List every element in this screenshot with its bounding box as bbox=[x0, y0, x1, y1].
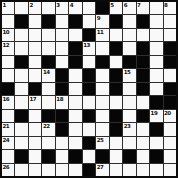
cell-9-6[interactable] bbox=[83, 123, 95, 135]
black-cell-4-1 bbox=[15, 56, 27, 68]
clue-number-1: 1 bbox=[3, 2, 6, 8]
cell-9-3[interactable]: 22 bbox=[42, 123, 54, 135]
black-cell-8-10 bbox=[137, 110, 149, 122]
black-cell-5-4 bbox=[56, 69, 68, 81]
black-cell-6-4 bbox=[56, 83, 68, 95]
cell-10-4[interactable] bbox=[56, 137, 68, 149]
black-cell-11-3 bbox=[42, 150, 54, 162]
cell-3-1[interactable] bbox=[15, 42, 27, 54]
cell-9-1[interactable] bbox=[15, 123, 27, 135]
cell-12-3[interactable] bbox=[42, 164, 54, 176]
cell-3-7[interactable] bbox=[96, 42, 108, 54]
cell-12-12[interactable] bbox=[164, 164, 176, 176]
cell-9-7[interactable] bbox=[96, 123, 108, 135]
cell-7-2[interactable]: 17 bbox=[29, 96, 41, 108]
cell-12-1[interactable] bbox=[15, 164, 27, 176]
cell-3-11[interactable] bbox=[150, 42, 162, 54]
clue-number-24: 24 bbox=[3, 137, 10, 143]
cell-11-2[interactable] bbox=[29, 150, 41, 162]
cell-4-4[interactable] bbox=[56, 56, 68, 68]
cell-6-7[interactable] bbox=[96, 83, 108, 95]
clue-number-22: 22 bbox=[43, 123, 50, 129]
cell-12-5[interactable] bbox=[69, 164, 81, 176]
cell-3-6[interactable]: 13 bbox=[83, 42, 95, 54]
black-cell-1-1 bbox=[15, 15, 27, 27]
cell-0-8[interactable]: 5 bbox=[110, 2, 122, 14]
cell-8-7[interactable] bbox=[96, 110, 108, 122]
clue-number-8: 8 bbox=[164, 2, 167, 8]
cell-1-0[interactable] bbox=[2, 15, 14, 27]
black-cell-4-5 bbox=[69, 56, 81, 68]
cell-6-9[interactable] bbox=[123, 83, 135, 95]
cell-0-10[interactable]: 7 bbox=[137, 2, 149, 14]
clue-number-9: 9 bbox=[97, 15, 100, 21]
black-cell-6-10 bbox=[137, 83, 149, 95]
cell-3-0[interactable]: 12 bbox=[2, 42, 14, 54]
cell-5-9[interactable]: 15 bbox=[123, 69, 135, 81]
black-cell-3-10 bbox=[137, 42, 149, 54]
cell-7-5[interactable] bbox=[69, 96, 81, 108]
black-cell-5-10 bbox=[137, 69, 149, 81]
cell-7-8[interactable] bbox=[110, 96, 122, 108]
cell-4-11[interactable] bbox=[150, 56, 162, 68]
clue-number-16: 16 bbox=[3, 96, 10, 102]
cell-11-0[interactable] bbox=[2, 150, 14, 162]
cell-1-9[interactable] bbox=[123, 15, 135, 27]
cell-10-12[interactable] bbox=[164, 137, 176, 149]
cell-3-3[interactable] bbox=[42, 42, 54, 54]
black-cell-1-10 bbox=[137, 15, 149, 27]
cell-11-12[interactable] bbox=[164, 150, 176, 162]
cell-2-1[interactable] bbox=[15, 29, 27, 41]
black-cell-3-12 bbox=[164, 42, 176, 54]
cell-8-12[interactable]: 20 bbox=[164, 110, 176, 122]
clue-number-4: 4 bbox=[70, 2, 73, 8]
cell-6-1[interactable] bbox=[15, 83, 27, 95]
cell-8-2[interactable] bbox=[29, 110, 41, 122]
cell-12-4[interactable] bbox=[56, 164, 68, 176]
cell-2-12[interactable] bbox=[164, 29, 176, 41]
clue-number-25: 25 bbox=[97, 137, 104, 143]
black-cell-12-6 bbox=[83, 164, 95, 176]
cell-0-6[interactable] bbox=[83, 2, 95, 14]
clue-number-27: 27 bbox=[97, 164, 104, 170]
cell-1-11[interactable] bbox=[150, 15, 162, 27]
cell-11-4[interactable] bbox=[56, 150, 68, 162]
clue-number-2: 2 bbox=[29, 2, 32, 8]
cell-1-7[interactable]: 9 bbox=[96, 15, 108, 27]
cell-10-2[interactable] bbox=[29, 137, 41, 149]
clue-number-5: 5 bbox=[110, 2, 113, 8]
clue-number-3: 3 bbox=[56, 2, 59, 8]
cell-11-8[interactable] bbox=[110, 150, 122, 162]
cell-9-5[interactable] bbox=[69, 123, 81, 135]
black-cell-8-6 bbox=[83, 110, 95, 122]
clue-number-14: 14 bbox=[43, 69, 50, 75]
black-cell-4-9 bbox=[123, 56, 135, 68]
black-cell-6-6 bbox=[83, 83, 95, 95]
cell-3-4[interactable] bbox=[56, 42, 68, 54]
cell-4-0[interactable] bbox=[2, 56, 14, 68]
cell-12-2[interactable] bbox=[29, 164, 41, 176]
cell-6-5[interactable] bbox=[69, 83, 81, 95]
black-cell-8-1 bbox=[15, 110, 27, 122]
black-cell-11-9 bbox=[123, 150, 135, 162]
black-cell-6-2 bbox=[29, 83, 41, 95]
black-cell-6-8 bbox=[110, 83, 122, 95]
black-cell-11-11 bbox=[150, 150, 162, 162]
black-cell-6-0 bbox=[2, 83, 14, 95]
cell-4-6[interactable] bbox=[83, 56, 95, 68]
cell-5-3[interactable]: 14 bbox=[42, 69, 54, 81]
cell-3-9[interactable] bbox=[123, 42, 135, 54]
cell-5-5[interactable] bbox=[69, 69, 81, 81]
cell-10-10[interactable] bbox=[137, 137, 149, 149]
cell-12-9[interactable] bbox=[123, 164, 135, 176]
cell-5-11[interactable] bbox=[150, 69, 162, 81]
cell-0-1[interactable] bbox=[15, 2, 27, 14]
black-cell-9-11 bbox=[150, 123, 162, 135]
black-cell-11-7 bbox=[96, 150, 108, 162]
cell-5-1[interactable] bbox=[15, 69, 27, 81]
crossword-puzzle: 1234567891011121314151617181920212223242… bbox=[0, 0, 178, 178]
cell-9-12[interactable] bbox=[164, 123, 176, 135]
cell-0-2[interactable]: 2 bbox=[29, 2, 41, 14]
black-cell-8-8 bbox=[110, 110, 122, 122]
cell-0-5[interactable]: 4 bbox=[69, 2, 81, 14]
clue-number-6: 6 bbox=[124, 2, 127, 8]
clue-number-12: 12 bbox=[3, 42, 10, 48]
cell-4-2[interactable] bbox=[29, 56, 41, 68]
cell-11-10[interactable] bbox=[137, 150, 149, 162]
cell-1-12[interactable] bbox=[164, 15, 176, 27]
black-cell-4-12 bbox=[164, 56, 176, 68]
cell-7-10[interactable] bbox=[137, 96, 149, 108]
cell-7-4[interactable]: 18 bbox=[56, 96, 68, 108]
black-cell-8-3 bbox=[42, 110, 54, 122]
clue-number-18: 18 bbox=[56, 96, 63, 102]
black-cell-1-8 bbox=[110, 15, 122, 27]
cell-10-11[interactable] bbox=[150, 137, 162, 149]
cell-11-6[interactable] bbox=[83, 150, 95, 162]
cell-12-8[interactable] bbox=[110, 164, 122, 176]
cell-9-2[interactable] bbox=[29, 123, 41, 135]
cell-7-0[interactable]: 16 bbox=[2, 96, 14, 108]
cell-10-3[interactable] bbox=[42, 137, 54, 149]
black-cell-5-6 bbox=[83, 69, 95, 81]
cell-5-0[interactable] bbox=[2, 69, 14, 81]
cell-0-3[interactable] bbox=[42, 2, 54, 14]
cell-10-1[interactable] bbox=[15, 137, 27, 149]
cell-5-7[interactable] bbox=[96, 69, 108, 81]
cell-7-1[interactable] bbox=[15, 96, 27, 108]
cell-5-2[interactable] bbox=[29, 69, 41, 81]
cell-0-4[interactable]: 3 bbox=[56, 2, 68, 14]
clue-number-26: 26 bbox=[3, 164, 10, 170]
cell-2-3[interactable] bbox=[42, 29, 54, 41]
clue-number-23: 23 bbox=[124, 123, 131, 129]
cell-12-7[interactable]: 27 bbox=[96, 164, 108, 176]
cell-2-4[interactable] bbox=[56, 29, 68, 41]
black-cell-9-4 bbox=[56, 123, 68, 135]
cell-7-7[interactable] bbox=[96, 96, 108, 108]
black-cell-7-12 bbox=[164, 96, 176, 108]
clue-number-17: 17 bbox=[29, 96, 36, 102]
clue-number-15: 15 bbox=[124, 69, 131, 75]
black-cell-5-8 bbox=[110, 69, 122, 81]
cell-9-9[interactable]: 23 bbox=[123, 123, 135, 135]
black-cell-7-11 bbox=[150, 96, 162, 108]
cell-2-5[interactable] bbox=[69, 29, 81, 41]
cell-7-3[interactable] bbox=[42, 96, 54, 108]
cell-7-6[interactable] bbox=[83, 96, 95, 108]
clue-number-10: 10 bbox=[3, 29, 10, 35]
black-cell-1-5 bbox=[69, 15, 81, 27]
cell-0-0[interactable]: 1 bbox=[2, 2, 14, 14]
cell-1-6[interactable] bbox=[83, 15, 95, 27]
clue-number-19: 19 bbox=[151, 110, 158, 116]
cell-3-2[interactable] bbox=[29, 42, 41, 54]
cell-10-9[interactable] bbox=[123, 137, 135, 149]
cell-8-9[interactable] bbox=[123, 110, 135, 122]
cell-2-7[interactable]: 11 bbox=[96, 29, 108, 41]
cell-2-9[interactable] bbox=[123, 29, 135, 41]
cell-10-8[interactable] bbox=[110, 137, 122, 149]
cell-0-11[interactable] bbox=[150, 2, 162, 14]
clue-number-13: 13 bbox=[83, 42, 90, 48]
black-cell-8-4 bbox=[56, 110, 68, 122]
black-cell-11-1 bbox=[15, 150, 27, 162]
cell-7-9[interactable] bbox=[123, 96, 135, 108]
cell-0-9[interactable]: 6 bbox=[123, 2, 135, 14]
black-cell-3-8 bbox=[110, 42, 122, 54]
black-cell-3-5 bbox=[69, 42, 81, 54]
clue-number-7: 7 bbox=[137, 2, 140, 8]
cell-10-0[interactable]: 24 bbox=[2, 137, 14, 149]
black-cell-4-7 bbox=[96, 56, 108, 68]
clue-number-21: 21 bbox=[3, 123, 10, 129]
black-cell-0-7 bbox=[96, 2, 108, 14]
cell-9-10[interactable] bbox=[137, 123, 149, 135]
cell-10-5[interactable] bbox=[69, 137, 81, 149]
black-cell-11-5 bbox=[69, 150, 81, 162]
clue-number-20: 20 bbox=[164, 110, 171, 116]
black-cell-4-10 bbox=[137, 56, 149, 68]
cell-10-7[interactable]: 25 bbox=[96, 137, 108, 149]
cell-6-3[interactable] bbox=[42, 83, 54, 95]
cell-1-2[interactable] bbox=[29, 15, 41, 27]
cell-8-5[interactable] bbox=[69, 110, 81, 122]
cell-2-10[interactable] bbox=[137, 29, 149, 41]
cell-12-11[interactable] bbox=[150, 164, 162, 176]
black-cell-4-3 bbox=[42, 56, 54, 68]
cell-4-8[interactable] bbox=[110, 56, 122, 68]
black-cell-10-6 bbox=[83, 137, 95, 149]
cell-1-4[interactable] bbox=[56, 15, 68, 27]
cell-12-10[interactable] bbox=[137, 164, 149, 176]
cell-6-11[interactable] bbox=[150, 83, 162, 95]
cell-0-12[interactable]: 8 bbox=[164, 2, 176, 14]
crossword-grid: 1234567891011121314151617181920212223242… bbox=[0, 0, 178, 178]
cell-8-0[interactable] bbox=[2, 110, 14, 122]
clue-number-11: 11 bbox=[97, 29, 104, 35]
black-cell-1-3 bbox=[42, 15, 54, 27]
cell-2-2[interactable] bbox=[29, 29, 41, 41]
black-cell-9-8 bbox=[110, 123, 122, 135]
cell-12-0[interactable]: 26 bbox=[2, 164, 14, 176]
cell-5-12[interactable] bbox=[164, 69, 176, 81]
black-cell-6-12 bbox=[164, 83, 176, 95]
cell-8-11[interactable]: 19 bbox=[150, 110, 162, 122]
cell-9-0[interactable]: 21 bbox=[2, 123, 14, 135]
black-cell-2-6 bbox=[83, 29, 95, 41]
cell-2-11[interactable] bbox=[150, 29, 162, 41]
cell-2-0[interactable]: 10 bbox=[2, 29, 14, 41]
cell-2-8[interactable] bbox=[110, 29, 122, 41]
